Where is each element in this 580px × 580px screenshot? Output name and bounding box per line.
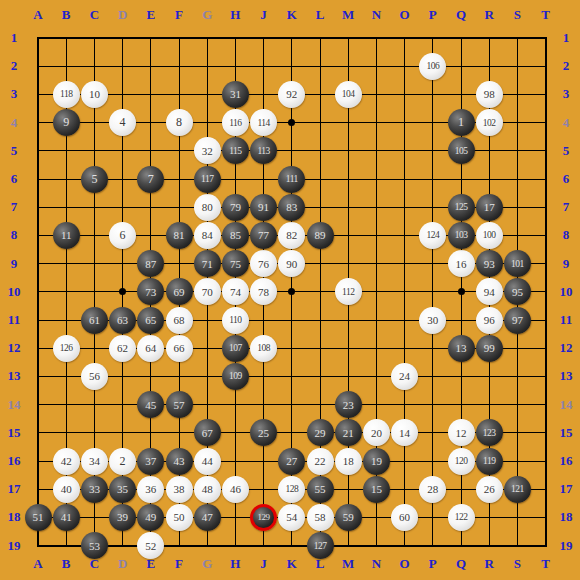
move-number: 69 bbox=[174, 286, 185, 298]
move-number: 43 bbox=[174, 455, 185, 467]
move-number: 125 bbox=[455, 202, 468, 212]
move-number: 5 bbox=[91, 172, 97, 187]
stone-H9: 75 bbox=[222, 250, 249, 277]
move-number: 10 bbox=[89, 88, 100, 100]
stone-L18: 58 bbox=[307, 504, 334, 531]
stone-F14: 57 bbox=[166, 391, 193, 418]
stone-P11: 30 bbox=[419, 307, 446, 334]
move-number: 37 bbox=[145, 455, 156, 467]
move-number: 87 bbox=[145, 258, 156, 270]
stone-J4: 114 bbox=[250, 109, 277, 136]
stone-F17: 38 bbox=[166, 476, 193, 503]
col-label-top-L[interactable]: L bbox=[310, 8, 330, 22]
move-number: 119 bbox=[483, 456, 495, 466]
stone-Q9: 16 bbox=[448, 250, 475, 277]
col-label-bottom-Q[interactable]: Q bbox=[451, 557, 471, 571]
move-number: 51 bbox=[33, 511, 44, 523]
stone-J8: 77 bbox=[250, 222, 277, 249]
row-label-right-10[interactable]: 10 bbox=[553, 285, 579, 299]
stone-G17: 48 bbox=[194, 476, 221, 503]
move-number: 48 bbox=[202, 483, 213, 495]
stone-L19: 127 bbox=[307, 532, 334, 559]
move-number: 64 bbox=[145, 342, 156, 354]
stone-P2: 106 bbox=[419, 53, 446, 80]
stone-B3: 118 bbox=[53, 81, 80, 108]
row-label-right-11[interactable]: 11 bbox=[553, 313, 579, 327]
stone-E16: 37 bbox=[137, 448, 164, 475]
move-number: 40 bbox=[61, 483, 72, 495]
move-number: 83 bbox=[286, 201, 297, 213]
move-number: 102 bbox=[483, 118, 496, 128]
col-label-top-A[interactable]: A bbox=[28, 8, 48, 22]
stone-J7: 91 bbox=[250, 194, 277, 221]
move-number: 57 bbox=[174, 399, 185, 411]
move-number: 70 bbox=[202, 286, 213, 298]
stone-J12: 108 bbox=[250, 335, 277, 362]
move-number: 4 bbox=[120, 115, 126, 130]
move-number: 41 bbox=[61, 511, 72, 523]
stone-D8: 6 bbox=[109, 222, 136, 249]
row-label-left-3[interactable]: 3 bbox=[1, 87, 27, 101]
col-label-top-P[interactable]: P bbox=[423, 8, 443, 22]
move-number: 127 bbox=[314, 541, 327, 551]
move-number: 12 bbox=[456, 427, 467, 439]
row-label-right-18[interactable]: 18 bbox=[553, 510, 579, 524]
move-number: 55 bbox=[315, 483, 326, 495]
star-point bbox=[458, 288, 465, 295]
move-number: 111 bbox=[286, 174, 298, 184]
stone-F18: 50 bbox=[166, 504, 193, 531]
move-number: 34 bbox=[89, 455, 100, 467]
stone-J9: 76 bbox=[250, 250, 277, 277]
move-number: 78 bbox=[258, 286, 269, 298]
stone-Q15: 12 bbox=[448, 419, 475, 446]
move-number: 112 bbox=[342, 287, 354, 297]
stone-D12: 62 bbox=[109, 335, 136, 362]
col-label-bottom-C[interactable]: C bbox=[84, 557, 104, 571]
move-number: 19 bbox=[371, 455, 382, 467]
stone-M16: 18 bbox=[335, 448, 362, 475]
col-label-top-S[interactable]: S bbox=[507, 8, 527, 22]
move-number: 44 bbox=[202, 455, 213, 467]
col-label-bottom-F[interactable]: F bbox=[169, 557, 189, 571]
row-label-right-14[interactable]: 14 bbox=[553, 398, 579, 412]
move-number: 22 bbox=[315, 455, 326, 467]
move-number: 65 bbox=[145, 314, 156, 326]
move-number: 115 bbox=[229, 146, 241, 156]
stone-N16: 19 bbox=[363, 448, 390, 475]
move-number: 85 bbox=[230, 229, 241, 241]
move-number: 95 bbox=[512, 286, 523, 298]
move-number: 75 bbox=[230, 258, 241, 270]
col-label-top-K[interactable]: K bbox=[282, 8, 302, 22]
stone-A18: 51 bbox=[25, 504, 52, 531]
move-number: 21 bbox=[343, 427, 354, 439]
move-number: 36 bbox=[145, 483, 156, 495]
col-label-bottom-G[interactable]: G bbox=[197, 557, 217, 571]
move-number: 68 bbox=[174, 314, 185, 326]
stone-K8: 82 bbox=[278, 222, 305, 249]
stone-P17: 28 bbox=[419, 476, 446, 503]
col-label-bottom-O[interactable]: O bbox=[395, 557, 415, 571]
stone-K18: 54 bbox=[278, 504, 305, 531]
move-number: 123 bbox=[483, 428, 496, 438]
stone-C3: 10 bbox=[81, 81, 108, 108]
row-label-right-1[interactable]: 1 bbox=[553, 31, 579, 45]
stone-R15: 123 bbox=[476, 419, 503, 446]
stone-R7: 17 bbox=[476, 194, 503, 221]
move-number: 8 bbox=[176, 115, 182, 130]
move-number: 18 bbox=[343, 455, 354, 467]
move-number: 17 bbox=[484, 201, 495, 213]
stone-N17: 15 bbox=[363, 476, 390, 503]
col-label-bottom-K[interactable]: K bbox=[282, 557, 302, 571]
stone-M14: 23 bbox=[335, 391, 362, 418]
move-number: 71 bbox=[202, 258, 213, 270]
move-number: 76 bbox=[258, 258, 269, 270]
stone-F4: 8 bbox=[166, 109, 193, 136]
col-label-bottom-S[interactable]: S bbox=[507, 557, 527, 571]
stone-S17: 121 bbox=[504, 476, 531, 503]
row-label-left-1[interactable]: 1 bbox=[1, 31, 27, 45]
stone-G15: 67 bbox=[194, 419, 221, 446]
stone-H13: 109 bbox=[222, 363, 249, 390]
col-label-bottom-B[interactable]: B bbox=[56, 557, 76, 571]
stone-S9: 101 bbox=[504, 250, 531, 277]
move-number: 63 bbox=[117, 314, 128, 326]
stone-H8: 85 bbox=[222, 222, 249, 249]
go-game-record: AABBCCDDEEFFGGHHJJKKLLMMNNOOPPQQRRSSTT11… bbox=[0, 0, 580, 580]
stone-M10: 112 bbox=[335, 278, 362, 305]
move-number: 33 bbox=[89, 483, 100, 495]
stone-G7: 80 bbox=[194, 194, 221, 221]
stone-G6: 117 bbox=[194, 166, 221, 193]
move-number: 23 bbox=[343, 399, 354, 411]
stone-S11: 97 bbox=[504, 307, 531, 334]
stone-B4: 9 bbox=[53, 109, 80, 136]
move-number: 15 bbox=[371, 483, 382, 495]
stone-G9: 71 bbox=[194, 250, 221, 277]
move-number: 59 bbox=[343, 511, 354, 523]
stone-Q12: 13 bbox=[448, 335, 475, 362]
move-number: 62 bbox=[117, 342, 128, 354]
row-label-left-15[interactable]: 15 bbox=[1, 426, 27, 440]
move-number: 104 bbox=[342, 89, 355, 99]
stone-M18: 59 bbox=[335, 504, 362, 531]
col-label-bottom-D[interactable]: D bbox=[113, 557, 133, 571]
stone-J18-last-move: 129 bbox=[250, 504, 277, 531]
col-label-top-J[interactable]: J bbox=[254, 8, 274, 22]
move-number: 9 bbox=[63, 115, 69, 130]
row-label-right-9[interactable]: 9 bbox=[553, 257, 579, 271]
move-number: 93 bbox=[484, 258, 495, 270]
col-label-bottom-N[interactable]: N bbox=[366, 557, 386, 571]
stone-M15: 21 bbox=[335, 419, 362, 446]
stone-Q18: 122 bbox=[448, 504, 475, 531]
row-label-right-4[interactable]: 4 bbox=[553, 116, 579, 130]
stone-R10: 94 bbox=[476, 278, 503, 305]
move-number: 99 bbox=[484, 342, 495, 354]
move-number: 124 bbox=[426, 230, 439, 240]
stone-R17: 26 bbox=[476, 476, 503, 503]
move-number: 90 bbox=[286, 258, 297, 270]
move-number: 26 bbox=[484, 483, 495, 495]
stone-F8: 81 bbox=[166, 222, 193, 249]
stone-R12: 99 bbox=[476, 335, 503, 362]
stone-P8: 124 bbox=[419, 222, 446, 249]
col-label-top-Q[interactable]: Q bbox=[451, 8, 471, 22]
move-number: 91 bbox=[258, 201, 269, 213]
col-label-top-M[interactable]: M bbox=[338, 8, 358, 22]
stone-H7: 79 bbox=[222, 194, 249, 221]
move-number: 79 bbox=[230, 201, 241, 213]
move-number: 94 bbox=[484, 286, 495, 298]
move-number: 80 bbox=[202, 201, 213, 213]
move-number: 92 bbox=[286, 88, 297, 100]
stone-D18: 39 bbox=[109, 504, 136, 531]
stone-M3: 104 bbox=[335, 81, 362, 108]
stone-E6: 7 bbox=[137, 166, 164, 193]
move-number: 107 bbox=[229, 343, 242, 353]
stone-B17: 40 bbox=[53, 476, 80, 503]
stone-R3: 98 bbox=[476, 81, 503, 108]
row-label-left-13[interactable]: 13 bbox=[1, 369, 27, 383]
row-label-left-5[interactable]: 5 bbox=[1, 144, 27, 158]
stone-R8: 100 bbox=[476, 222, 503, 249]
stone-C11: 61 bbox=[81, 307, 108, 334]
move-number: 109 bbox=[229, 371, 242, 381]
move-number: 118 bbox=[60, 89, 72, 99]
col-label-bottom-L[interactable]: L bbox=[310, 557, 330, 571]
col-label-top-E[interactable]: E bbox=[141, 8, 161, 22]
stone-G8: 84 bbox=[194, 222, 221, 249]
stone-R4: 102 bbox=[476, 109, 503, 136]
stone-E19: 52 bbox=[137, 532, 164, 559]
move-number: 108 bbox=[257, 343, 270, 353]
move-number: 96 bbox=[484, 314, 495, 326]
stone-H17: 46 bbox=[222, 476, 249, 503]
col-label-bottom-T[interactable]: T bbox=[536, 557, 556, 571]
move-number: 100 bbox=[483, 230, 496, 240]
stone-O13: 24 bbox=[391, 363, 418, 390]
row-label-left-12[interactable]: 12 bbox=[1, 341, 27, 355]
stone-C19: 53 bbox=[81, 532, 108, 559]
move-number: 7 bbox=[148, 172, 154, 187]
col-label-top-C[interactable]: C bbox=[84, 8, 104, 22]
col-label-top-B[interactable]: B bbox=[56, 8, 76, 22]
row-label-right-6[interactable]: 6 bbox=[553, 172, 579, 186]
row-label-right-19[interactable]: 19 bbox=[553, 539, 579, 553]
row-label-left-14[interactable]: 14 bbox=[1, 398, 27, 412]
move-number: 28 bbox=[427, 483, 438, 495]
move-number: 66 bbox=[174, 342, 185, 354]
stone-E12: 64 bbox=[137, 335, 164, 362]
stone-L8: 89 bbox=[307, 222, 334, 249]
col-label-top-F[interactable]: F bbox=[169, 8, 189, 22]
stone-H5: 115 bbox=[222, 137, 249, 164]
move-number: 113 bbox=[257, 146, 269, 156]
row-label-left-7[interactable]: 7 bbox=[1, 200, 27, 214]
move-number: 121 bbox=[511, 484, 524, 494]
row-label-right-12[interactable]: 12 bbox=[553, 341, 579, 355]
row-label-right-2[interactable]: 2 bbox=[553, 59, 579, 73]
col-label-bottom-M[interactable]: M bbox=[338, 557, 358, 571]
stone-B16: 42 bbox=[53, 448, 80, 475]
col-label-bottom-P[interactable]: P bbox=[423, 557, 443, 571]
stone-H3: 31 bbox=[222, 81, 249, 108]
move-number: 52 bbox=[145, 540, 156, 552]
stone-R9: 93 bbox=[476, 250, 503, 277]
move-number: 116 bbox=[229, 118, 241, 128]
stone-B8: 11 bbox=[53, 222, 80, 249]
row-label-left-8[interactable]: 8 bbox=[1, 228, 27, 242]
stone-E18: 49 bbox=[137, 504, 164, 531]
move-number: 53 bbox=[89, 540, 100, 552]
move-number: 47 bbox=[202, 511, 213, 523]
move-number: 101 bbox=[511, 259, 524, 269]
row-label-right-7[interactable]: 7 bbox=[553, 200, 579, 214]
move-number: 117 bbox=[201, 174, 213, 184]
col-label-top-G[interactable]: G bbox=[197, 8, 217, 22]
move-number: 32 bbox=[202, 145, 213, 157]
row-label-left-19[interactable]: 19 bbox=[1, 539, 27, 553]
stone-K17: 128 bbox=[278, 476, 305, 503]
move-number: 39 bbox=[117, 511, 128, 523]
stone-K16: 27 bbox=[278, 448, 305, 475]
row-label-left-16[interactable]: 16 bbox=[1, 454, 27, 468]
move-number: 6 bbox=[120, 228, 126, 243]
move-number: 13 bbox=[456, 342, 467, 354]
stone-G18: 47 bbox=[194, 504, 221, 531]
row-label-left-11[interactable]: 11 bbox=[1, 313, 27, 327]
stone-F16: 43 bbox=[166, 448, 193, 475]
move-number: 103 bbox=[455, 230, 468, 240]
stone-Q16: 120 bbox=[448, 448, 475, 475]
stone-D17: 35 bbox=[109, 476, 136, 503]
stone-Q7: 125 bbox=[448, 194, 475, 221]
row-label-left-4[interactable]: 4 bbox=[1, 116, 27, 130]
stone-F11: 68 bbox=[166, 307, 193, 334]
col-label-top-O[interactable]: O bbox=[395, 8, 415, 22]
move-number: 30 bbox=[427, 314, 438, 326]
col-label-bottom-A[interactable]: A bbox=[28, 557, 48, 571]
move-number: 11 bbox=[61, 229, 72, 241]
move-number: 31 bbox=[230, 88, 241, 100]
move-number: 110 bbox=[229, 315, 241, 325]
move-number: 29 bbox=[315, 427, 326, 439]
move-number: 20 bbox=[371, 427, 382, 439]
col-label-top-N[interactable]: N bbox=[366, 8, 386, 22]
col-label-top-H[interactable]: H bbox=[225, 8, 245, 22]
stone-D11: 63 bbox=[109, 307, 136, 334]
col-label-top-D[interactable]: D bbox=[113, 8, 133, 22]
stone-G16: 44 bbox=[194, 448, 221, 475]
stone-B12: 126 bbox=[53, 335, 80, 362]
col-label-top-T[interactable]: T bbox=[536, 8, 556, 22]
stone-E11: 65 bbox=[137, 307, 164, 334]
stone-R11: 96 bbox=[476, 307, 503, 334]
stone-F10: 69 bbox=[166, 278, 193, 305]
move-number: 74 bbox=[230, 286, 241, 298]
move-number: 50 bbox=[174, 511, 185, 523]
move-number: 35 bbox=[117, 483, 128, 495]
col-label-bottom-R[interactable]: R bbox=[479, 557, 499, 571]
stone-K3: 92 bbox=[278, 81, 305, 108]
move-number: 14 bbox=[399, 427, 410, 439]
move-number: 42 bbox=[61, 455, 72, 467]
stone-S10: 95 bbox=[504, 278, 531, 305]
move-number: 129 bbox=[258, 512, 270, 522]
move-number: 97 bbox=[512, 314, 523, 326]
move-number: 73 bbox=[145, 286, 156, 298]
row-label-right-3[interactable]: 3 bbox=[553, 87, 579, 101]
move-number: 16 bbox=[456, 258, 467, 270]
stone-K6: 111 bbox=[278, 166, 305, 193]
stone-Q5: 105 bbox=[448, 137, 475, 164]
stone-C16: 34 bbox=[81, 448, 108, 475]
row-label-right-17[interactable]: 17 bbox=[553, 482, 579, 496]
move-number: 60 bbox=[399, 511, 410, 523]
move-number: 105 bbox=[455, 146, 468, 156]
move-number: 126 bbox=[60, 343, 73, 353]
stone-B18: 41 bbox=[53, 504, 80, 531]
move-number: 122 bbox=[455, 512, 468, 522]
stone-C13: 56 bbox=[81, 363, 108, 390]
stone-H12: 107 bbox=[222, 335, 249, 362]
row-label-left-2[interactable]: 2 bbox=[1, 59, 27, 73]
stone-L15: 29 bbox=[307, 419, 334, 446]
stone-H11: 110 bbox=[222, 307, 249, 334]
col-label-bottom-J[interactable]: J bbox=[254, 557, 274, 571]
stone-Q4: 1 bbox=[448, 109, 475, 136]
stone-E17: 36 bbox=[137, 476, 164, 503]
row-label-right-16[interactable]: 16 bbox=[553, 454, 579, 468]
move-number: 61 bbox=[89, 314, 100, 326]
stone-H4: 116 bbox=[222, 109, 249, 136]
move-number: 49 bbox=[145, 511, 156, 523]
row-label-right-5[interactable]: 5 bbox=[553, 144, 579, 158]
move-number: 128 bbox=[285, 484, 298, 494]
move-number: 24 bbox=[399, 370, 410, 382]
move-number: 1 bbox=[458, 115, 464, 130]
move-number: 81 bbox=[174, 229, 185, 241]
row-label-left-6[interactable]: 6 bbox=[1, 172, 27, 186]
move-number: 106 bbox=[426, 61, 439, 71]
row-label-left-17[interactable]: 17 bbox=[1, 482, 27, 496]
move-number: 46 bbox=[230, 483, 241, 495]
stone-Q8: 103 bbox=[448, 222, 475, 249]
move-number: 98 bbox=[484, 88, 495, 100]
move-number: 25 bbox=[258, 427, 269, 439]
move-number: 114 bbox=[257, 118, 269, 128]
stone-L17: 55 bbox=[307, 476, 334, 503]
row-label-left-9[interactable]: 9 bbox=[1, 257, 27, 271]
row-label-left-10[interactable]: 10 bbox=[1, 285, 27, 299]
move-number: 77 bbox=[258, 229, 269, 241]
row-label-right-15[interactable]: 15 bbox=[553, 426, 579, 440]
stone-L16: 22 bbox=[307, 448, 334, 475]
row-label-right-8[interactable]: 8 bbox=[553, 228, 579, 242]
row-label-right-13[interactable]: 13 bbox=[553, 369, 579, 383]
stone-R16: 119 bbox=[476, 448, 503, 475]
move-number: 27 bbox=[286, 455, 297, 467]
col-label-top-R[interactable]: R bbox=[479, 8, 499, 22]
row-label-left-18[interactable]: 18 bbox=[1, 510, 27, 524]
stone-N15: 20 bbox=[363, 419, 390, 446]
move-number: 84 bbox=[202, 229, 213, 241]
col-label-bottom-E[interactable]: E bbox=[141, 557, 161, 571]
col-label-bottom-H[interactable]: H bbox=[225, 557, 245, 571]
